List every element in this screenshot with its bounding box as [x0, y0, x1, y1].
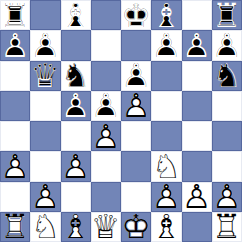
- square-g1[interactable]: [182, 212, 212, 242]
- white-pawn-piece[interactable]: ♟♙: [91, 121, 121, 151]
- piece-glyph-outline: ♙: [30, 30, 60, 60]
- square-h6[interactable]: ♞♘: [212, 61, 242, 91]
- square-c6[interactable]: ♞♘: [61, 61, 91, 91]
- black-knight-piece[interactable]: ♞♘: [212, 61, 242, 91]
- square-g7[interactable]: ♟♙: [182, 30, 212, 60]
- black-rook-piece[interactable]: ♜♖: [212, 0, 242, 30]
- white-rook-piece[interactable]: ♜♖: [212, 212, 242, 242]
- piece-glyph-outline: ♙: [0, 30, 30, 60]
- black-queen-piece[interactable]: ♛♕: [30, 61, 60, 91]
- piece-glyph-outline: ♙: [151, 30, 181, 60]
- piece-glyph-outline: ♔: [121, 0, 151, 30]
- piece-glyph-outline: ♙: [212, 30, 242, 60]
- square-b8[interactable]: [30, 0, 60, 30]
- piece-glyph-outline: ♙: [61, 151, 91, 181]
- piece-glyph-outline: ♘: [212, 61, 242, 91]
- piece-glyph-fill: ♟: [212, 30, 242, 60]
- piece-glyph-fill: ♜: [212, 212, 242, 242]
- piece-glyph-fill: ♝: [151, 212, 181, 242]
- white-pawn-piece[interactable]: ♟♙: [30, 182, 60, 212]
- black-pawn-piece[interactable]: ♟♙: [91, 91, 121, 121]
- square-f6[interactable]: [151, 61, 181, 91]
- black-pawn-piece[interactable]: ♟♙: [121, 61, 151, 91]
- square-c7[interactable]: [61, 30, 91, 60]
- square-c3[interactable]: ♟♙: [61, 151, 91, 181]
- square-h1[interactable]: ♜♖: [212, 212, 242, 242]
- piece-glyph-outline: ♗: [61, 0, 91, 30]
- square-e2[interactable]: [121, 182, 151, 212]
- square-d4[interactable]: ♟♙: [91, 121, 121, 151]
- black-pawn-piece[interactable]: ♟♙: [30, 30, 60, 60]
- square-e5[interactable]: ♟♙: [121, 91, 151, 121]
- piece-glyph-outline: ♕: [91, 212, 121, 242]
- piece-glyph-fill: ♟: [61, 151, 91, 181]
- square-b5[interactable]: [30, 91, 60, 121]
- square-b1[interactable]: ♞♘: [30, 212, 60, 242]
- square-h4[interactable]: [212, 121, 242, 151]
- black-pawn-piece[interactable]: ♟♙: [61, 91, 91, 121]
- piece-glyph-outline: ♖: [212, 0, 242, 30]
- chess-board: ♜♖♝♗♚♔♝♗♜♖♟♙♟♙♟♙♟♙♟♙♛♕♞♘♟♙♞♘♟♙♟♙♟♙♟♙♟♙♟♙…: [0, 0, 242, 242]
- square-d7[interactable]: [91, 30, 121, 60]
- square-b7[interactable]: ♟♙: [30, 30, 60, 60]
- piece-glyph-outline: ♖: [0, 212, 30, 242]
- square-c5[interactable]: ♟♙: [61, 91, 91, 121]
- piece-glyph-outline: ♗: [61, 212, 91, 242]
- piece-glyph-fill: ♟: [212, 182, 242, 212]
- black-pawn-piece[interactable]: ♟♙: [212, 30, 242, 60]
- piece-glyph-fill: ♟: [30, 30, 60, 60]
- square-e6[interactable]: ♟♙: [121, 61, 151, 91]
- piece-glyph-fill: ♜: [212, 0, 242, 30]
- square-g5[interactable]: [182, 91, 212, 121]
- piece-glyph-fill: ♟: [121, 61, 151, 91]
- piece-glyph-outline: ♘: [61, 61, 91, 91]
- square-e4[interactable]: [121, 121, 151, 151]
- square-a4[interactable]: [0, 121, 30, 151]
- piece-glyph-fill: ♟: [0, 30, 30, 60]
- piece-glyph-fill: ♞: [61, 61, 91, 91]
- piece-glyph-fill: ♝: [61, 212, 91, 242]
- piece-glyph-fill: ♛: [30, 61, 60, 91]
- square-c4[interactable]: [61, 121, 91, 151]
- piece-glyph-outline: ♙: [151, 182, 181, 212]
- piece-glyph-outline: ♖: [0, 0, 30, 30]
- piece-glyph-outline: ♙: [30, 182, 60, 212]
- square-g8[interactable]: [182, 0, 212, 30]
- piece-glyph-outline: ♙: [121, 61, 151, 91]
- square-f2[interactable]: ♟♙: [151, 182, 181, 212]
- piece-glyph-outline: ♗: [151, 0, 181, 30]
- piece-glyph-outline: ♙: [61, 91, 91, 121]
- square-a8[interactable]: ♜♖: [0, 0, 30, 30]
- square-g2[interactable]: ♟♙: [182, 182, 212, 212]
- piece-glyph-outline: ♘: [30, 212, 60, 242]
- piece-glyph-fill: ♜: [0, 0, 30, 30]
- black-pawn-piece[interactable]: ♟♙: [151, 30, 181, 60]
- black-bishop-piece[interactable]: ♝♗: [151, 0, 181, 30]
- square-a7[interactable]: ♟♙: [0, 30, 30, 60]
- square-f7[interactable]: ♟♙: [151, 30, 181, 60]
- white-pawn-piece[interactable]: ♟♙: [61, 151, 91, 181]
- black-pawn-piece[interactable]: ♟♙: [182, 30, 212, 60]
- white-pawn-piece[interactable]: ♟♙: [151, 182, 181, 212]
- piece-glyph-fill: ♟: [91, 91, 121, 121]
- black-bishop-piece[interactable]: ♝♗: [61, 0, 91, 30]
- piece-glyph-outline: ♗: [151, 212, 181, 242]
- square-b3[interactable]: [30, 151, 60, 181]
- square-f3[interactable]: ♞♘: [151, 151, 181, 181]
- piece-glyph-fill: ♜: [0, 212, 30, 242]
- white-queen-piece[interactable]: ♛♕: [91, 212, 121, 242]
- square-d1[interactable]: ♛♕: [91, 212, 121, 242]
- white-pawn-piece[interactable]: ♟♙: [0, 151, 30, 181]
- piece-glyph-fill: ♚: [121, 212, 151, 242]
- piece-glyph-fill: ♟: [151, 30, 181, 60]
- square-e1[interactable]: ♚♔: [121, 212, 151, 242]
- square-f1[interactable]: ♝♗: [151, 212, 181, 242]
- piece-glyph-outline: ♕: [30, 61, 60, 91]
- white-rook-piece[interactable]: ♜♖: [0, 212, 30, 242]
- square-h2[interactable]: ♟♙: [212, 182, 242, 212]
- piece-glyph-fill: ♞: [30, 212, 60, 242]
- black-knight-piece[interactable]: ♞♘: [61, 61, 91, 91]
- piece-glyph-fill: ♝: [61, 0, 91, 30]
- piece-glyph-outline: ♙: [182, 30, 212, 60]
- white-pawn-piece[interactable]: ♟♙: [212, 182, 242, 212]
- square-e7[interactable]: [121, 30, 151, 60]
- piece-glyph-fill: ♞: [151, 151, 181, 181]
- square-f4[interactable]: [151, 121, 181, 151]
- piece-glyph-fill: ♟: [91, 121, 121, 151]
- square-b4[interactable]: [30, 121, 60, 151]
- piece-glyph-fill: ♟: [151, 182, 181, 212]
- piece-glyph-fill: ♟: [121, 91, 151, 121]
- square-a1[interactable]: ♜♖: [0, 212, 30, 242]
- piece-glyph-outline: ♙: [182, 182, 212, 212]
- square-h3[interactable]: [212, 151, 242, 181]
- square-a6[interactable]: [0, 61, 30, 91]
- piece-glyph-outline: ♙: [91, 121, 121, 151]
- piece-glyph-outline: ♖: [212, 212, 242, 242]
- white-pawn-piece[interactable]: ♟♙: [121, 91, 151, 121]
- piece-glyph-outline: ♔: [121, 212, 151, 242]
- piece-glyph-outline: ♘: [151, 151, 181, 181]
- square-c2[interactable]: [61, 182, 91, 212]
- piece-glyph-fill: ♟: [61, 91, 91, 121]
- white-pawn-piece[interactable]: ♟♙: [182, 182, 212, 212]
- piece-glyph-outline: ♙: [91, 91, 121, 121]
- square-g3[interactable]: [182, 151, 212, 181]
- piece-glyph-fill: ♟: [182, 182, 212, 212]
- square-d6[interactable]: [91, 61, 121, 91]
- square-b6[interactable]: ♛♕: [30, 61, 60, 91]
- square-c8[interactable]: ♝♗: [61, 0, 91, 30]
- white-knight-piece[interactable]: ♞♘: [151, 151, 181, 181]
- piece-glyph-fill: ♟: [182, 30, 212, 60]
- piece-glyph-fill: ♚: [121, 0, 151, 30]
- square-d3[interactable]: [91, 151, 121, 181]
- square-a3[interactable]: ♟♙: [0, 151, 30, 181]
- piece-glyph-fill: ♞: [212, 61, 242, 91]
- piece-glyph-outline: ♙: [121, 91, 151, 121]
- white-bishop-piece[interactable]: ♝♗: [61, 212, 91, 242]
- black-king-piece[interactable]: ♚♔: [121, 0, 151, 30]
- square-h8[interactable]: ♜♖: [212, 0, 242, 30]
- square-a5[interactable]: [0, 91, 30, 121]
- black-pawn-piece[interactable]: ♟♙: [0, 30, 30, 60]
- square-e8[interactable]: ♚♔: [121, 0, 151, 30]
- square-d8[interactable]: [91, 0, 121, 30]
- white-bishop-piece[interactable]: ♝♗: [151, 212, 181, 242]
- square-h7[interactable]: ♟♙: [212, 30, 242, 60]
- square-c1[interactable]: ♝♗: [61, 212, 91, 242]
- piece-glyph-fill: ♟: [0, 151, 30, 181]
- piece-glyph-outline: ♙: [212, 182, 242, 212]
- square-b2[interactable]: ♟♙: [30, 182, 60, 212]
- square-e3[interactable]: [121, 151, 151, 181]
- piece-glyph-fill: ♝: [151, 0, 181, 30]
- white-knight-piece[interactable]: ♞♘: [30, 212, 60, 242]
- square-f5[interactable]: [151, 91, 181, 121]
- square-g6[interactable]: [182, 61, 212, 91]
- piece-glyph-fill: ♟: [30, 182, 60, 212]
- piece-glyph-outline: ♙: [0, 151, 30, 181]
- piece-glyph-fill: ♛: [91, 212, 121, 242]
- white-king-piece[interactable]: ♚♔: [121, 212, 151, 242]
- square-f8[interactable]: ♝♗: [151, 0, 181, 30]
- square-d5[interactable]: ♟♙: [91, 91, 121, 121]
- square-a2[interactable]: [0, 182, 30, 212]
- square-d2[interactable]: [91, 182, 121, 212]
- square-g4[interactable]: [182, 121, 212, 151]
- black-rook-piece[interactable]: ♜♖: [0, 0, 30, 30]
- square-h5[interactable]: [212, 91, 242, 121]
